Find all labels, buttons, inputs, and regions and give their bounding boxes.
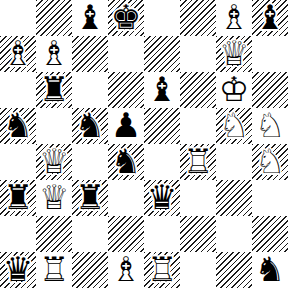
chess-board: ♝♚♝♗♝♝♗♝♗♛♕♜♝♚♔♞♞♟♞♘♞♘♛♕♞♜♖♞♘♜♛♕♜♛♛♜♖♝♗♜… [0,0,288,288]
piece-fill-glyph: ♟ [108,106,144,144]
square-h4[interactable]: ♞♘ [252,144,288,180]
square-d7[interactable] [108,36,144,72]
square-a3[interactable]: ♜ [0,180,36,216]
piece-fill-glyph: ♞ [0,106,36,144]
square-d2[interactable] [108,216,144,252]
square-g6[interactable]: ♚♔ [216,72,252,108]
square-a2[interactable] [0,216,36,252]
square-e8[interactable] [144,0,180,36]
square-h5[interactable]: ♞♘ [252,108,288,144]
black-knight-piece: ♞ [108,144,144,180]
piece-outline-glyph: ♕ [216,34,252,72]
square-e7[interactable] [144,36,180,72]
square-g8[interactable]: ♝♗ [216,0,252,36]
square-b3[interactable]: ♛♕ [36,180,72,216]
black-knight-piece: ♞ [72,108,108,144]
square-f1[interactable] [180,252,216,288]
square-a5[interactable]: ♞ [0,108,36,144]
white-queen-piece: ♛♕ [216,36,252,72]
black-rook-piece: ♜ [0,180,36,216]
square-f8[interactable] [180,0,216,36]
square-a8[interactable] [0,0,36,36]
square-g3[interactable] [216,180,252,216]
black-knight-piece: ♞ [0,108,36,144]
square-e5[interactable] [144,108,180,144]
piece-fill-glyph: ♚ [108,0,144,36]
square-b4[interactable]: ♛♕ [36,144,72,180]
square-h3[interactable] [252,180,288,216]
white-king-piece: ♚♔ [216,72,252,108]
square-a1[interactable]: ♛ [0,252,36,288]
piece-fill-glyph: ♝ [144,70,180,108]
square-f2[interactable] [180,216,216,252]
black-rook-piece: ♜ [72,180,108,216]
piece-outline-glyph: ♗ [36,34,72,72]
white-bishop-piece: ♝♗ [216,0,252,36]
black-king-piece: ♚ [108,0,144,36]
square-f6[interactable] [180,72,216,108]
white-bishop-piece: ♝♗ [0,36,36,72]
square-c6[interactable] [72,72,108,108]
square-g1[interactable] [216,252,252,288]
square-d8[interactable]: ♚ [108,0,144,36]
piece-outline-glyph: ♘ [252,142,288,180]
square-f3[interactable] [180,180,216,216]
piece-fill-glyph: ♜ [36,70,72,108]
white-knight-piece: ♞♘ [216,108,252,144]
square-h2[interactable] [252,216,288,252]
black-queen-piece: ♛ [0,252,36,288]
square-g2[interactable] [216,216,252,252]
piece-outline-glyph: ♕ [36,178,72,216]
square-e6[interactable]: ♝ [144,72,180,108]
black-bishop-piece: ♝ [144,72,180,108]
square-e3[interactable]: ♛ [144,180,180,216]
black-pawn-piece: ♟ [108,108,144,144]
piece-outline-glyph: ♖ [144,250,180,288]
piece-fill-glyph: ♜ [0,178,36,216]
piece-outline-glyph: ♗ [0,34,36,72]
piece-outline-glyph: ♗ [108,250,144,288]
square-d1[interactable]: ♝♗ [108,252,144,288]
piece-outline-glyph: ♘ [252,106,288,144]
white-rook-piece: ♜♖ [144,252,180,288]
black-bishop-piece: ♝ [252,0,288,36]
square-a7[interactable]: ♝♗ [0,36,36,72]
square-b1[interactable]: ♜♖ [36,252,72,288]
white-queen-piece: ♛♕ [36,180,72,216]
square-h1[interactable]: ♞ [252,252,288,288]
white-bishop-piece: ♝♗ [108,252,144,288]
square-h7[interactable] [252,36,288,72]
piece-outline-glyph: ♖ [180,142,216,180]
square-b8[interactable] [36,0,72,36]
square-g5[interactable]: ♞♘ [216,108,252,144]
square-f7[interactable] [180,36,216,72]
white-rook-piece: ♜♖ [180,144,216,180]
piece-fill-glyph: ♛ [0,250,36,288]
piece-fill-glyph: ♝ [252,0,288,36]
square-h6[interactable] [252,72,288,108]
square-b2[interactable] [36,216,72,252]
piece-fill-glyph: ♜ [72,178,108,216]
square-a6[interactable] [0,72,36,108]
square-b6[interactable]: ♜ [36,72,72,108]
square-g4[interactable] [216,144,252,180]
square-c7[interactable] [72,36,108,72]
square-c5[interactable]: ♞ [72,108,108,144]
piece-fill-glyph: ♞ [252,250,288,288]
square-c8[interactable]: ♝ [72,0,108,36]
piece-outline-glyph: ♔ [216,70,252,108]
square-d4[interactable]: ♞ [108,144,144,180]
piece-outline-glyph: ♖ [36,250,72,288]
square-g7[interactable]: ♛♕ [216,36,252,72]
black-knight-piece: ♞ [252,252,288,288]
piece-fill-glyph: ♞ [108,142,144,180]
piece-outline-glyph: ♕ [36,142,72,180]
piece-outline-glyph: ♗ [216,0,252,36]
square-h8[interactable]: ♝ [252,0,288,36]
square-f4[interactable]: ♜♖ [180,144,216,180]
square-f5[interactable] [180,108,216,144]
square-c2[interactable] [72,216,108,252]
square-a4[interactable] [0,144,36,180]
piece-fill-glyph: ♛ [144,178,180,216]
black-queen-piece: ♛ [144,180,180,216]
white-queen-piece: ♛♕ [36,144,72,180]
square-b7[interactable]: ♝♗ [36,36,72,72]
white-bishop-piece: ♝♗ [36,36,72,72]
piece-fill-glyph: ♝ [72,0,108,36]
square-e4[interactable] [144,144,180,180]
white-knight-piece: ♞♘ [252,108,288,144]
black-rook-piece: ♜ [36,72,72,108]
white-rook-piece: ♜♖ [36,252,72,288]
square-d5[interactable]: ♟ [108,108,144,144]
square-e2[interactable] [144,216,180,252]
piece-outline-glyph: ♘ [216,106,252,144]
black-bishop-piece: ♝ [72,0,108,36]
square-c1[interactable] [72,252,108,288]
white-knight-piece: ♞♘ [252,144,288,180]
square-c3[interactable]: ♜ [72,180,108,216]
square-e1[interactable]: ♜♖ [144,252,180,288]
square-b5[interactable] [36,108,72,144]
square-c4[interactable] [72,144,108,180]
piece-fill-glyph: ♞ [72,106,108,144]
square-d6[interactable] [108,72,144,108]
square-d3[interactable] [108,180,144,216]
